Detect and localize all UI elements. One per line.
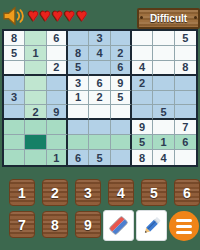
- cell-r7c8[interactable]: [153, 120, 174, 135]
- numpad-key-8[interactable]: 8: [42, 211, 68, 238]
- cell-r5c3[interactable]: [47, 91, 68, 106]
- cell-r7c4[interactable]: [68, 120, 89, 135]
- eraser-button[interactable]: [103, 210, 134, 241]
- cell-r7c9[interactable]: 7: [175, 120, 196, 135]
- cell-r9c7[interactable]: 8: [132, 150, 153, 165]
- cell-r2c9[interactable]: [175, 46, 196, 61]
- cell-r2c1[interactable]: 5: [4, 46, 25, 61]
- cell-r2c4[interactable]: 8: [68, 46, 89, 61]
- numpad-key-6[interactable]: 6: [174, 179, 200, 206]
- cell-r9c1[interactable]: [4, 150, 25, 165]
- cell-r1c6[interactable]: [111, 31, 132, 46]
- cell-r9c5[interactable]: 5: [89, 150, 110, 165]
- sudoku-app-screen: ♥♥♥♥♥ Difficult 863551842256483692312529…: [0, 0, 200, 250]
- cell-r3c7[interactable]: 4: [132, 61, 153, 76]
- cell-r2c6[interactable]: 2: [111, 46, 132, 61]
- lives-hearts: ♥♥♥♥♥: [28, 6, 86, 25]
- cell-r7c5[interactable]: [89, 120, 110, 135]
- cell-r6c5[interactable]: [89, 105, 110, 120]
- cell-r2c2[interactable]: 1: [25, 46, 46, 61]
- numpad-key-7[interactable]: 7: [9, 211, 35, 238]
- numpad-key-3[interactable]: 3: [75, 179, 101, 206]
- cell-r8c9[interactable]: 6: [175, 135, 196, 150]
- cell-r8c5[interactable]: [89, 135, 110, 150]
- pencil-icon: [139, 213, 164, 238]
- difficulty-badge: Difficult: [137, 8, 200, 29]
- cell-r9c2[interactable]: [25, 150, 46, 165]
- numpad-key-1[interactable]: 1: [9, 179, 35, 206]
- cell-r3c4[interactable]: 5: [68, 61, 89, 76]
- numpad-key-5[interactable]: 5: [141, 179, 167, 206]
- cell-r3c8[interactable]: [153, 61, 174, 76]
- pencil-notes-button[interactable]: [136, 210, 167, 241]
- hamburger-menu-icon: [176, 219, 192, 234]
- cell-r9c3[interactable]: 1: [47, 150, 68, 165]
- cell-r3c3[interactable]: 2: [47, 61, 68, 76]
- cell-r8c8[interactable]: 1: [153, 135, 174, 150]
- cell-r4c7[interactable]: 2: [132, 76, 153, 91]
- cell-r6c3[interactable]: 9: [47, 105, 68, 120]
- cell-r9c4[interactable]: 6: [68, 150, 89, 165]
- cell-r2c3[interactable]: [47, 46, 68, 61]
- cell-r2c7[interactable]: [132, 46, 153, 61]
- cell-r3c2[interactable]: [25, 61, 46, 76]
- heart-icon: ♥: [28, 6, 38, 25]
- cell-r4c8[interactable]: [153, 76, 174, 91]
- cell-r5c1[interactable]: 3: [4, 91, 25, 106]
- cell-r3c9[interactable]: 8: [175, 61, 196, 76]
- cell-r6c8[interactable]: 5: [153, 105, 174, 120]
- top-bar: ♥♥♥♥♥ Difficult: [0, 0, 200, 28]
- cell-r4c9[interactable]: [175, 76, 196, 91]
- cell-r5c2[interactable]: [25, 91, 46, 106]
- cell-r5c5[interactable]: 2: [89, 91, 110, 106]
- eraser-icon: [106, 213, 131, 238]
- cell-r3c1[interactable]: [4, 61, 25, 76]
- cell-r4c5[interactable]: 6: [89, 76, 110, 91]
- cell-r8c1[interactable]: [4, 135, 25, 150]
- numpad-key-4[interactable]: 4: [108, 179, 134, 206]
- cell-r9c6[interactable]: [111, 150, 132, 165]
- cell-r8c3[interactable]: [47, 135, 68, 150]
- cell-r9c9[interactable]: [175, 150, 196, 165]
- numpad-key-2[interactable]: 2: [42, 179, 68, 206]
- cell-r7c6[interactable]: [111, 120, 132, 135]
- cell-r4c1[interactable]: [4, 76, 25, 91]
- cell-r4c2[interactable]: [25, 76, 46, 91]
- cell-r1c1[interactable]: 8: [4, 31, 25, 46]
- cell-r1c2[interactable]: [25, 31, 46, 46]
- cell-r7c3[interactable]: [47, 120, 68, 135]
- heart-icon: ♥: [76, 6, 86, 25]
- cell-r5c9[interactable]: [175, 91, 196, 106]
- cell-r6c1[interactable]: [4, 105, 25, 120]
- speaker-icon: [2, 6, 26, 26]
- cell-r5c4[interactable]: 1: [68, 91, 89, 106]
- cell-r4c3[interactable]: [47, 76, 68, 91]
- menu-button[interactable]: [169, 211, 199, 241]
- cell-r1c7[interactable]: [132, 31, 153, 46]
- heart-icon: ♥: [40, 6, 50, 25]
- cell-r8c6[interactable]: [111, 135, 132, 150]
- cell-r7c1[interactable]: [4, 120, 25, 135]
- cell-r6c6[interactable]: [111, 105, 132, 120]
- cell-r6c7[interactable]: [132, 105, 153, 120]
- cell-r6c4[interactable]: [68, 105, 89, 120]
- cell-r5c6[interactable]: 5: [111, 91, 132, 106]
- cell-r1c9[interactable]: 5: [175, 31, 196, 46]
- cell-r1c3[interactable]: 6: [47, 31, 68, 46]
- cell-r8c2[interactable]: [25, 135, 46, 150]
- cell-r6c2[interactable]: 2: [25, 105, 46, 120]
- sound-toggle-button[interactable]: [2, 6, 26, 26]
- cell-r8c4[interactable]: [68, 135, 89, 150]
- cell-r1c4[interactable]: [68, 31, 89, 46]
- cell-r2c5[interactable]: 4: [89, 46, 110, 61]
- heart-icon: ♥: [64, 6, 74, 25]
- cell-r8c7[interactable]: 5: [132, 135, 153, 150]
- cell-r7c7[interactable]: 9: [132, 120, 153, 135]
- cell-r3c6[interactable]: 6: [111, 61, 132, 76]
- sudoku-board: 86355184225648369231252959751616584: [2, 29, 198, 167]
- cell-r4c4[interactable]: 3: [68, 76, 89, 91]
- cell-r5c7[interactable]: [132, 91, 153, 106]
- cell-r7c2[interactable]: [25, 120, 46, 135]
- cell-r5c8[interactable]: [153, 91, 174, 106]
- heart-icon: ♥: [52, 6, 62, 25]
- cell-r4c6[interactable]: 9: [111, 76, 132, 91]
- numpad-key-9[interactable]: 9: [75, 211, 101, 238]
- cell-r1c8[interactable]: [153, 31, 174, 46]
- cell-r3c5[interactable]: [89, 61, 110, 76]
- cell-r1c5[interactable]: 3: [89, 31, 110, 46]
- cell-r2c8[interactable]: [153, 46, 174, 61]
- cell-r9c8[interactable]: 4: [153, 150, 174, 165]
- cell-r6c9[interactable]: [175, 105, 196, 120]
